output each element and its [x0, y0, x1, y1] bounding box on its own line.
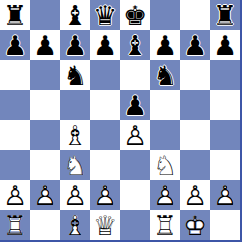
square-d8[interactable]: ♛ [90, 0, 120, 30]
black-pawn-icon: ♟ [120, 90, 150, 120]
square-g1[interactable]: ♚♔ [180, 210, 210, 240]
square-g4[interactable] [180, 120, 210, 150]
white-pawn-outline-icon: ♙ [210, 180, 240, 210]
square-e8[interactable]: ♚ [120, 0, 150, 30]
square-d7[interactable]: ♟ [90, 30, 120, 60]
black-pawn-icon: ♟ [0, 30, 30, 60]
square-h4[interactable] [210, 120, 240, 150]
square-g6[interactable] [180, 60, 210, 90]
white-pawn-outline-icon: ♙ [90, 180, 120, 210]
square-a4[interactable] [0, 120, 30, 150]
square-c2[interactable]: ♟♙ [60, 180, 90, 210]
white-queen-outline-icon: ♕ [90, 210, 120, 240]
piece-black-pawn: ♟ [120, 90, 150, 120]
square-b4[interactable] [30, 120, 60, 150]
square-c7[interactable]: ♟ [60, 30, 90, 60]
square-b6[interactable] [30, 60, 60, 90]
square-h5[interactable] [210, 90, 240, 120]
square-e6[interactable] [120, 60, 150, 90]
square-h8[interactable]: ♜ [210, 0, 240, 30]
black-knight-icon: ♞ [150, 60, 180, 90]
piece-black-bishop: ♝ [120, 30, 150, 60]
square-d3[interactable] [90, 150, 120, 180]
square-h7[interactable]: ♟ [210, 30, 240, 60]
square-f4[interactable] [150, 120, 180, 150]
square-g7[interactable]: ♟ [180, 30, 210, 60]
piece-black-king: ♚ [120, 0, 150, 30]
piece-white-pawn: ♟♙ [0, 180, 30, 210]
white-pawn-fill-icon: ♟ [60, 180, 90, 210]
piece-white-bishop: ♝♗ [60, 210, 90, 240]
white-pawn-outline-icon: ♙ [180, 180, 210, 210]
white-pawn-fill-icon: ♟ [180, 180, 210, 210]
white-rook-outline-icon: ♖ [0, 210, 30, 240]
square-e1[interactable] [120, 210, 150, 240]
piece-white-knight: ♞♘ [150, 150, 180, 180]
piece-white-bishop: ♝♗ [60, 120, 90, 150]
square-a6[interactable] [0, 60, 30, 90]
square-a8[interactable]: ♜ [0, 0, 30, 30]
white-knight-fill-icon: ♞ [60, 150, 90, 180]
square-e4[interactable]: ♟♙ [120, 120, 150, 150]
white-pawn-fill-icon: ♟ [150, 180, 180, 210]
piece-white-pawn: ♟♙ [30, 180, 60, 210]
piece-black-pawn: ♟ [180, 30, 210, 60]
square-f6[interactable]: ♞ [150, 60, 180, 90]
square-f2[interactable]: ♟♙ [150, 180, 180, 210]
piece-white-queen: ♛♕ [90, 210, 120, 240]
white-pawn-outline-icon: ♙ [30, 180, 60, 210]
piece-white-pawn: ♟♙ [120, 120, 150, 150]
chess-board: ♜♝♛♚♜♟♟♟♟♝♟♟♟♞♞♟♝♗♟♙♞♘♞♘♟♙♟♙♟♙♟♙♟♙♟♙♟♙♜♖… [0, 0, 242, 242]
square-c1[interactable]: ♝♗ [60, 210, 90, 240]
white-knight-fill-icon: ♞ [150, 150, 180, 180]
piece-white-rook: ♜♖ [150, 210, 180, 240]
square-c3[interactable]: ♞♘ [60, 150, 90, 180]
white-rook-fill-icon: ♜ [0, 210, 30, 240]
white-pawn-fill-icon: ♟ [0, 180, 30, 210]
square-f8[interactable] [150, 0, 180, 30]
white-bishop-fill-icon: ♝ [60, 210, 90, 240]
square-b3[interactable] [30, 150, 60, 180]
square-b7[interactable]: ♟ [30, 30, 60, 60]
black-king-icon: ♚ [120, 0, 150, 30]
piece-black-pawn: ♟ [60, 30, 90, 60]
piece-black-knight: ♞ [60, 60, 90, 90]
white-bishop-fill-icon: ♝ [60, 120, 90, 150]
square-a1[interactable]: ♜♖ [0, 210, 30, 240]
piece-white-pawn: ♟♙ [90, 180, 120, 210]
square-e7[interactable]: ♝ [120, 30, 150, 60]
square-h6[interactable] [210, 60, 240, 90]
square-g8[interactable] [180, 0, 210, 30]
square-b5[interactable] [30, 90, 60, 120]
black-queen-icon: ♛ [90, 0, 120, 30]
black-knight-icon: ♞ [60, 60, 90, 90]
square-a2[interactable]: ♟♙ [0, 180, 30, 210]
white-pawn-fill-icon: ♟ [120, 120, 150, 150]
square-g2[interactable]: ♟♙ [180, 180, 210, 210]
piece-white-pawn: ♟♙ [150, 180, 180, 210]
square-g3[interactable] [180, 150, 210, 180]
white-pawn-outline-icon: ♙ [0, 180, 30, 210]
piece-black-rook: ♜ [210, 0, 240, 30]
square-f1[interactable]: ♜♖ [150, 210, 180, 240]
black-pawn-icon: ♟ [180, 30, 210, 60]
black-pawn-icon: ♟ [90, 30, 120, 60]
white-queen-fill-icon: ♛ [90, 210, 120, 240]
square-a3[interactable] [0, 150, 30, 180]
square-c6[interactable]: ♞ [60, 60, 90, 90]
black-pawn-icon: ♟ [210, 30, 240, 60]
square-e3[interactable] [120, 150, 150, 180]
piece-white-rook: ♜♖ [0, 210, 30, 240]
square-e5[interactable]: ♟ [120, 90, 150, 120]
square-d1[interactable]: ♛♕ [90, 210, 120, 240]
square-f3[interactable]: ♞♘ [150, 150, 180, 180]
piece-black-pawn: ♟ [0, 30, 30, 60]
white-bishop-outline-icon: ♗ [60, 120, 90, 150]
square-h3[interactable] [210, 150, 240, 180]
white-knight-outline-icon: ♘ [60, 150, 90, 180]
square-e2[interactable] [120, 180, 150, 210]
square-a5[interactable] [0, 90, 30, 120]
square-a7[interactable]: ♟ [0, 30, 30, 60]
white-bishop-outline-icon: ♗ [60, 210, 90, 240]
white-pawn-fill-icon: ♟ [30, 180, 60, 210]
piece-white-pawn: ♟♙ [180, 180, 210, 210]
piece-black-pawn: ♟ [30, 30, 60, 60]
black-bishop-icon: ♝ [60, 0, 90, 30]
square-f7[interactable]: ♟ [150, 30, 180, 60]
square-d2[interactable]: ♟♙ [90, 180, 120, 210]
white-knight-outline-icon: ♘ [150, 150, 180, 180]
white-king-fill-icon: ♚ [180, 210, 210, 240]
square-f5[interactable] [150, 90, 180, 120]
square-b1[interactable] [30, 210, 60, 240]
white-king-outline-icon: ♔ [180, 210, 210, 240]
white-rook-outline-icon: ♖ [150, 210, 180, 240]
piece-black-knight: ♞ [150, 60, 180, 90]
square-d5[interactable] [90, 90, 120, 120]
black-rook-icon: ♜ [210, 0, 240, 30]
white-pawn-fill-icon: ♟ [90, 180, 120, 210]
black-pawn-icon: ♟ [150, 30, 180, 60]
piece-black-rook: ♜ [0, 0, 30, 30]
white-pawn-outline-icon: ♙ [60, 180, 90, 210]
square-g5[interactable] [180, 90, 210, 120]
black-bishop-icon: ♝ [120, 30, 150, 60]
piece-white-pawn: ♟♙ [60, 180, 90, 210]
black-pawn-icon: ♟ [30, 30, 60, 60]
square-d4[interactable] [90, 120, 120, 150]
square-b2[interactable]: ♟♙ [30, 180, 60, 210]
piece-black-pawn: ♟ [150, 30, 180, 60]
piece-white-knight: ♞♘ [60, 150, 90, 180]
black-pawn-icon: ♟ [60, 30, 90, 60]
white-rook-fill-icon: ♜ [150, 210, 180, 240]
square-c5[interactable] [60, 90, 90, 120]
white-pawn-fill-icon: ♟ [210, 180, 240, 210]
white-pawn-outline-icon: ♙ [150, 180, 180, 210]
piece-black-pawn: ♟ [210, 30, 240, 60]
square-c4[interactable]: ♝♗ [60, 120, 90, 150]
piece-black-bishop: ♝ [60, 0, 90, 30]
square-h2[interactable]: ♟♙ [210, 180, 240, 210]
piece-black-pawn: ♟ [90, 30, 120, 60]
white-pawn-outline-icon: ♙ [120, 120, 150, 150]
piece-white-pawn: ♟♙ [210, 180, 240, 210]
piece-white-king: ♚♔ [180, 210, 210, 240]
black-rook-icon: ♜ [0, 0, 30, 30]
piece-black-queen: ♛ [90, 0, 120, 30]
square-d6[interactable] [90, 60, 120, 90]
square-h1[interactable] [210, 210, 240, 240]
square-c8[interactable]: ♝ [60, 0, 90, 30]
square-b8[interactable] [30, 0, 60, 30]
